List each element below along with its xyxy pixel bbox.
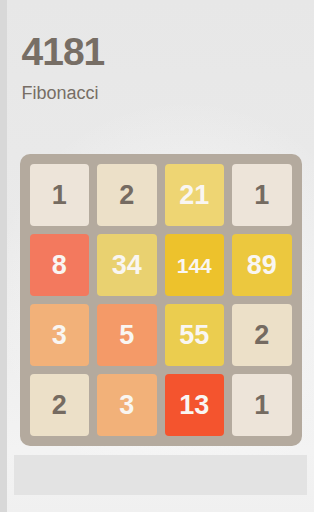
app-screen: 4181 Fibonacci 12211834144893555223131 [7, 0, 314, 512]
tile-r2c4-value-89: 89 [232, 234, 292, 296]
tile-r3c2-value-5: 5 [97, 304, 157, 366]
tile-r3c3-value-55: 55 [165, 304, 225, 366]
ad-banner[interactable] [14, 455, 307, 495]
tile-r4c2-value-3: 3 [97, 374, 157, 436]
tile-r1c3-value-21: 21 [165, 164, 225, 226]
tile-r4c1-value-2: 2 [30, 374, 90, 436]
app-subtitle: Fibonacci [22, 83, 99, 104]
tile-r2c2-value-34: 34 [97, 234, 157, 296]
tile-r2c1-value-8: 8 [30, 234, 90, 296]
tile-r4c3-value-13: 13 [165, 374, 225, 436]
tile-r3c1-value-3: 3 [30, 304, 90, 366]
tile-r1c4-value-1: 1 [232, 164, 292, 226]
tile-r3c4-value-2: 2 [232, 304, 292, 366]
app-title: 4181 [22, 30, 105, 74]
tile-r1c1-value-1: 1 [30, 164, 90, 226]
tile-r1c2-value-2: 2 [97, 164, 157, 226]
game-board[interactable]: 12211834144893555223131 [20, 154, 302, 446]
tile-r4c4-value-1: 1 [232, 374, 292, 436]
tile-r2c3-value-144: 144 [165, 234, 225, 296]
